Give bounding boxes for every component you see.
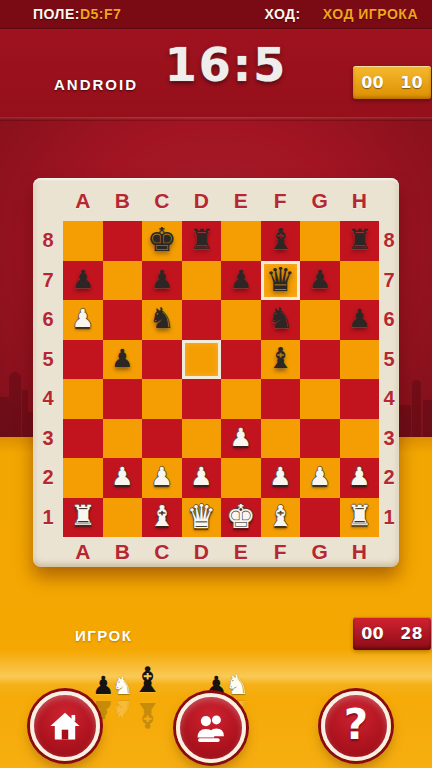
file-label-f: F xyxy=(261,185,301,217)
white-pawn: ♟ xyxy=(348,464,370,489)
square-c2[interactable]: ♟ xyxy=(142,458,182,498)
white-rook: ♜ xyxy=(70,502,95,530)
black-pawn: ♟ xyxy=(72,267,94,292)
square-h4[interactable] xyxy=(340,379,380,419)
rank-label-1: 1 xyxy=(379,498,399,538)
file-label-f: F xyxy=(261,539,301,565)
square-e6[interactable] xyxy=(221,300,261,340)
white-bishop: ♝ xyxy=(149,502,175,531)
square-b1[interactable] xyxy=(103,498,143,538)
shelf-piece-white-knight: ♞♞ xyxy=(112,674,134,698)
square-e1[interactable]: ♚ xyxy=(221,498,261,538)
player-score-left: 00 xyxy=(361,624,383,643)
turn-indicator: ХОД: ХОД ИГРОКА xyxy=(264,6,418,22)
square-h6[interactable]: ♟ xyxy=(340,300,380,340)
square-a4[interactable] xyxy=(63,379,103,419)
header: 16:5 ANDROID 00 10 xyxy=(0,30,432,117)
square-e8[interactable] xyxy=(221,221,261,261)
players-icon xyxy=(193,710,229,746)
square-d4[interactable] xyxy=(182,379,222,419)
square-d6[interactable] xyxy=(182,300,222,340)
shelf-piece-black-bishop: ♝♝ xyxy=(132,663,163,698)
file-label-e: E xyxy=(221,539,261,565)
square-e7[interactable]: ♟ xyxy=(221,261,261,301)
file-label-g: G xyxy=(300,185,340,217)
square-f1[interactable]: ♝ xyxy=(261,498,301,538)
square-h7[interactable] xyxy=(340,261,380,301)
square-h2[interactable]: ♟ xyxy=(340,458,380,498)
white-pawn: ♟ xyxy=(72,306,94,331)
square-d5[interactable] xyxy=(182,340,222,380)
square-h5[interactable] xyxy=(340,340,380,380)
black-queen: ♛ xyxy=(265,263,295,296)
black-bishop: ♝ xyxy=(267,225,293,254)
square-g7[interactable]: ♟ xyxy=(300,261,340,301)
rank-label-3: 3 xyxy=(33,419,63,459)
square-f2[interactable]: ♟ xyxy=(261,458,301,498)
square-a1[interactable]: ♜ xyxy=(63,498,103,538)
app-screen: ПОЛЕ:D5:F7 ХОД: ХОД ИГРОКА 16:5 ANDROID … xyxy=(0,0,432,768)
home-button[interactable] xyxy=(30,691,100,761)
square-g8[interactable] xyxy=(300,221,340,261)
black-king: ♚ xyxy=(147,223,177,256)
square-d1[interactable]: ♛ xyxy=(182,498,222,538)
square-b4[interactable] xyxy=(103,379,143,419)
white-pawn: ♟ xyxy=(309,464,331,489)
white-king: ♚ xyxy=(226,500,256,533)
square-a8[interactable] xyxy=(63,221,103,261)
rank-label-7: 7 xyxy=(379,261,399,301)
square-e2[interactable] xyxy=(221,458,261,498)
field-value: D5:F7 xyxy=(80,6,121,22)
square-g3[interactable] xyxy=(300,419,340,459)
file-labels-top: ABCDEFGH xyxy=(63,185,379,217)
file-label-a: A xyxy=(63,185,103,217)
black-knight: ♞ xyxy=(267,304,293,333)
square-b6[interactable] xyxy=(103,300,143,340)
rank-label-2: 2 xyxy=(379,458,399,498)
black-pawn: ♟ xyxy=(111,346,133,371)
file-label-e: E xyxy=(221,185,261,217)
file-labels-bottom: ABCDEFGH xyxy=(63,539,379,565)
rank-label-4: 4 xyxy=(33,379,63,419)
field-label: ПОЛЕ: xyxy=(33,6,80,22)
rank-label-1: 1 xyxy=(33,498,63,538)
rank-labels-left: 87654321 xyxy=(33,221,63,537)
square-c4[interactable] xyxy=(142,379,182,419)
square-c7[interactable]: ♟ xyxy=(142,261,182,301)
rank-label-2: 2 xyxy=(33,458,63,498)
file-label-h: H xyxy=(340,185,380,217)
player-score-right: 28 xyxy=(400,624,422,643)
square-g6[interactable] xyxy=(300,300,340,340)
square-d7[interactable] xyxy=(182,261,222,301)
black-pawn: ♟ xyxy=(230,267,252,292)
square-h1[interactable]: ♜ xyxy=(340,498,380,538)
turn-label: ХОД: xyxy=(264,6,300,22)
opponent-score-right: 10 xyxy=(400,73,422,92)
white-rook: ♜ xyxy=(347,502,372,530)
file-label-d: D xyxy=(182,185,222,217)
square-e5[interactable] xyxy=(221,340,261,380)
black-rook: ♜ xyxy=(189,226,214,254)
white-bishop: ♝ xyxy=(267,502,293,531)
square-a2[interactable] xyxy=(63,458,103,498)
rank-label-6: 6 xyxy=(379,300,399,340)
file-label-b: B xyxy=(103,539,143,565)
square-f7[interactable]: ♛ xyxy=(261,261,301,301)
turn-value: ХОД ИГРОКА xyxy=(323,6,418,22)
square-c8[interactable]: ♚ xyxy=(142,221,182,261)
rank-label-5: 5 xyxy=(379,340,399,380)
square-b8[interactable] xyxy=(103,221,143,261)
black-bishop: ♝ xyxy=(267,344,293,373)
rank-label-3: 3 xyxy=(379,419,399,459)
rank-label-4: 4 xyxy=(379,379,399,419)
white-pawn: ♟ xyxy=(230,425,252,450)
square-b7[interactable] xyxy=(103,261,143,301)
rank-label-8: 8 xyxy=(379,221,399,261)
square-a7[interactable]: ♟ xyxy=(63,261,103,301)
square-h8[interactable]: ♜ xyxy=(340,221,380,261)
file-label-h: H xyxy=(340,539,380,565)
file-label-b: B xyxy=(103,185,143,217)
square-g1[interactable] xyxy=(300,498,340,538)
square-f4[interactable] xyxy=(261,379,301,419)
rank-labels-right: 87654321 xyxy=(379,221,399,537)
top-bar: ПОЛЕ:D5:F7 ХОД: ХОД ИГРОКА xyxy=(0,0,432,29)
square-c6[interactable]: ♞ xyxy=(142,300,182,340)
square-e3[interactable]: ♟ xyxy=(221,419,261,459)
rank-label-7: 7 xyxy=(33,261,63,301)
rank-label-6: 6 xyxy=(33,300,63,340)
shelf-piece-white-knight: ♞♞ xyxy=(225,671,249,698)
opponent-score-left: 00 xyxy=(361,73,383,92)
white-pawn: ♟ xyxy=(111,464,133,489)
square-g4[interactable] xyxy=(300,379,340,419)
square-f6[interactable]: ♞ xyxy=(261,300,301,340)
square-c3[interactable] xyxy=(142,419,182,459)
rank-label-5: 5 xyxy=(33,340,63,380)
square-a5[interactable] xyxy=(63,340,103,380)
square-c5[interactable] xyxy=(142,340,182,380)
file-label-a: A xyxy=(63,539,103,565)
square-d3[interactable] xyxy=(182,419,222,459)
black-rook: ♜ xyxy=(347,226,372,254)
square-b3[interactable] xyxy=(103,419,143,459)
player-score-box: 00 28 xyxy=(353,617,431,650)
white-pawn: ♟ xyxy=(269,464,291,489)
question-mark-icon: ? xyxy=(344,700,368,749)
black-knight: ♞ xyxy=(149,304,175,333)
move-field: ПОЛЕ:D5:F7 xyxy=(33,6,121,22)
square-g5[interactable] xyxy=(300,340,340,380)
file-label-c: C xyxy=(142,539,182,565)
opponent-name: ANDROID xyxy=(54,76,138,93)
players-button[interactable] xyxy=(176,693,246,763)
square-a6[interactable]: ♟ xyxy=(63,300,103,340)
file-label-c: C xyxy=(142,185,182,217)
square-c1[interactable]: ♝ xyxy=(142,498,182,538)
square-b2[interactable]: ♟ xyxy=(103,458,143,498)
black-pawn: ♟ xyxy=(309,267,331,292)
square-e4[interactable] xyxy=(221,379,261,419)
square-f8[interactable]: ♝ xyxy=(261,221,301,261)
player-name: ИГРОК xyxy=(75,627,132,644)
file-label-g: G xyxy=(300,539,340,565)
game-timer: 16:5 xyxy=(136,38,316,92)
square-h3[interactable] xyxy=(340,419,380,459)
chess-board: ABCDEFGH ABCDEFGH 87654321 87654321 ♚♜♝♜… xyxy=(33,178,399,567)
black-pawn: ♟ xyxy=(348,306,370,331)
white-queen: ♛ xyxy=(186,500,216,533)
black-pawn: ♟ xyxy=(151,267,173,292)
header-divider xyxy=(0,117,432,121)
board-grid: ♚♜♝♜♟♟♟♛♟♟♞♞♟♟♝♟♟♟♟♟♟♟♜♝♛♚♝♜ xyxy=(63,221,379,537)
square-b5[interactable]: ♟ xyxy=(103,340,143,380)
file-label-d: D xyxy=(182,539,222,565)
opponent-score-box: 00 10 xyxy=(353,66,431,99)
white-pawn: ♟ xyxy=(151,464,173,489)
square-f5[interactable]: ♝ xyxy=(261,340,301,380)
white-pawn: ♟ xyxy=(190,464,212,489)
help-button[interactable]: ? xyxy=(321,691,391,761)
home-icon xyxy=(48,709,82,743)
square-f3[interactable] xyxy=(261,419,301,459)
square-d2[interactable]: ♟ xyxy=(182,458,222,498)
square-a3[interactable] xyxy=(63,419,103,459)
square-d8[interactable]: ♜ xyxy=(182,221,222,261)
square-g2[interactable]: ♟ xyxy=(300,458,340,498)
rank-label-8: 8 xyxy=(33,221,63,261)
